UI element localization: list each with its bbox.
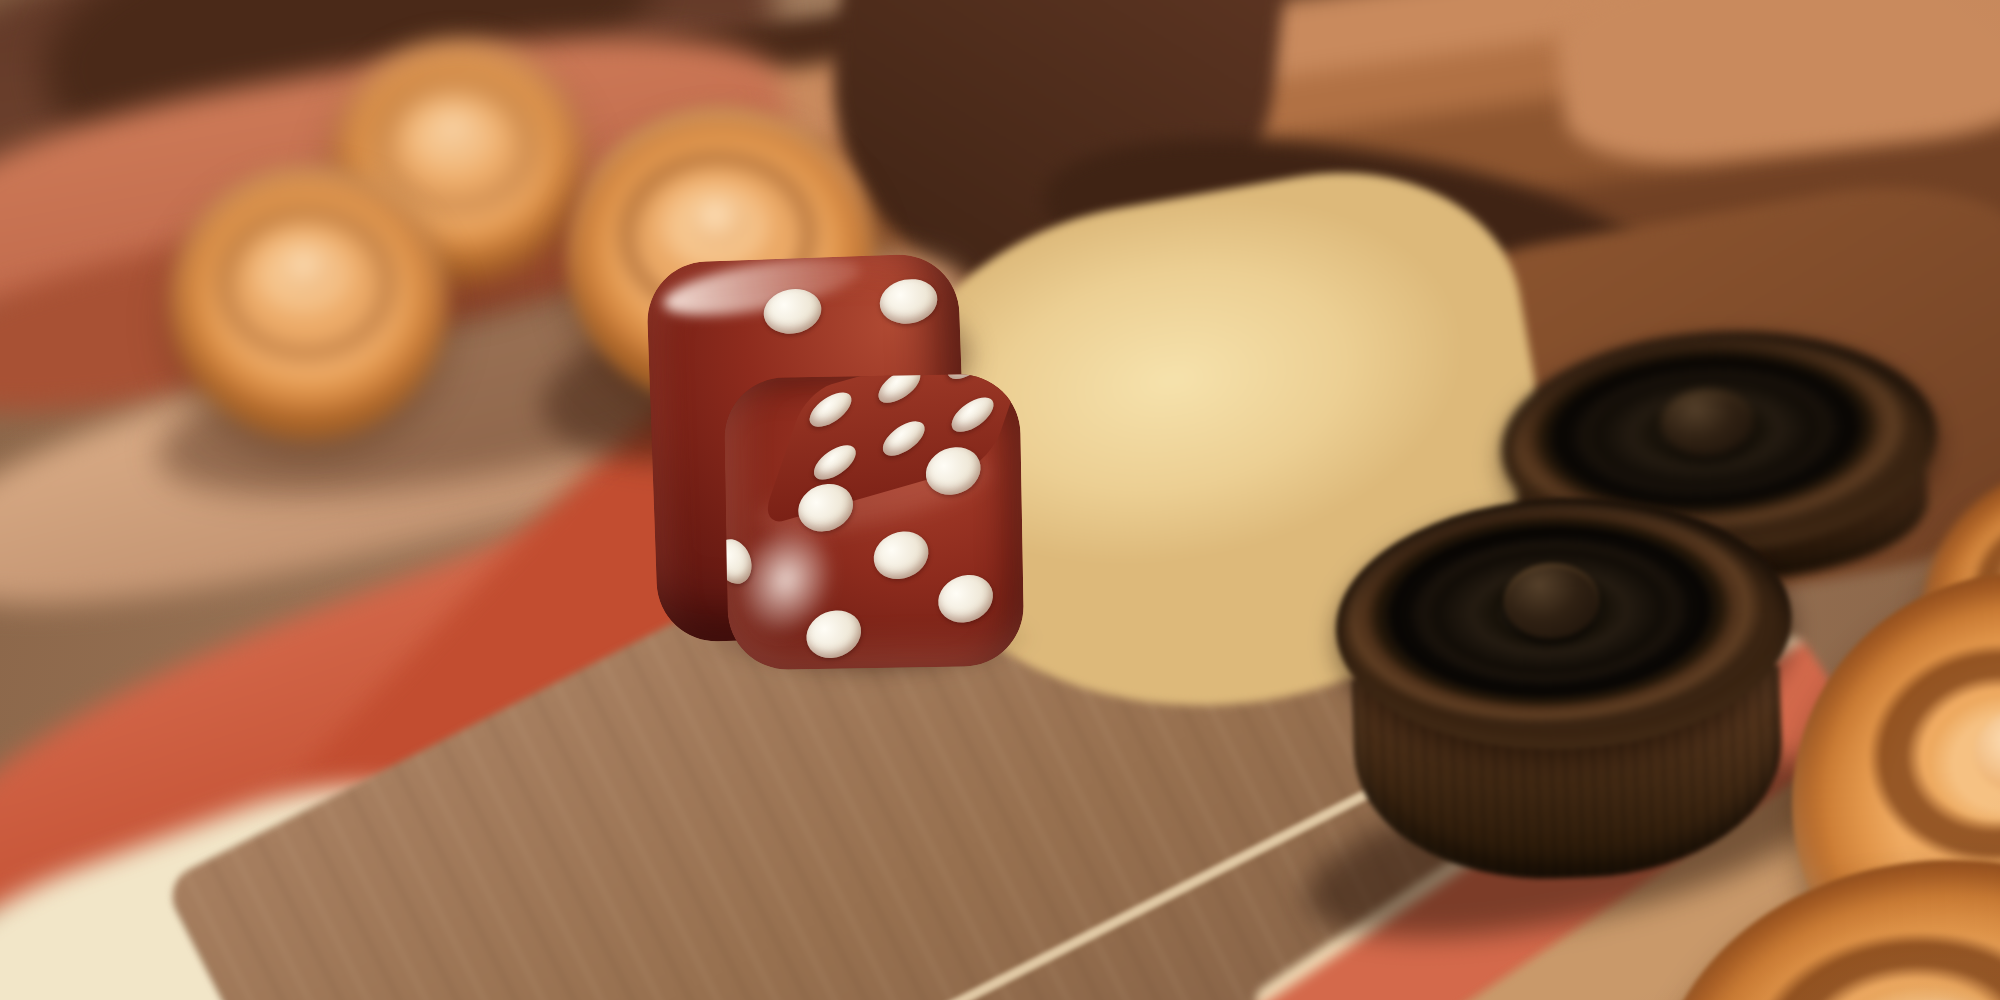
die-pip bbox=[947, 393, 999, 437]
die-pip bbox=[866, 523, 935, 587]
backgammon-board-photo bbox=[0, 0, 2000, 1000]
front-die-left-face-pip-fragment bbox=[726, 528, 767, 599]
checker-center-dimple bbox=[1971, 706, 2000, 798]
checker-center-dimple bbox=[281, 247, 337, 296]
front-die[interactable] bbox=[723, 373, 1024, 670]
die-pip bbox=[723, 534, 757, 589]
die-pip bbox=[791, 476, 860, 540]
checker-center-knob bbox=[1502, 562, 1600, 641]
die-pip bbox=[931, 567, 1000, 631]
die-pip bbox=[874, 373, 926, 407]
die-pip bbox=[878, 417, 930, 461]
die-pip bbox=[876, 274, 941, 328]
die-pip bbox=[760, 284, 825, 338]
checker-center-dimple bbox=[690, 196, 752, 250]
front-die-front-face-five bbox=[774, 441, 1024, 671]
checker-center-knob bbox=[1660, 387, 1755, 458]
die-pip bbox=[799, 602, 868, 666]
light-checker-1[interactable] bbox=[170, 165, 448, 439]
dark-checker-2[interactable] bbox=[1332, 490, 1801, 886]
checker-center-dimple bbox=[433, 113, 483, 157]
